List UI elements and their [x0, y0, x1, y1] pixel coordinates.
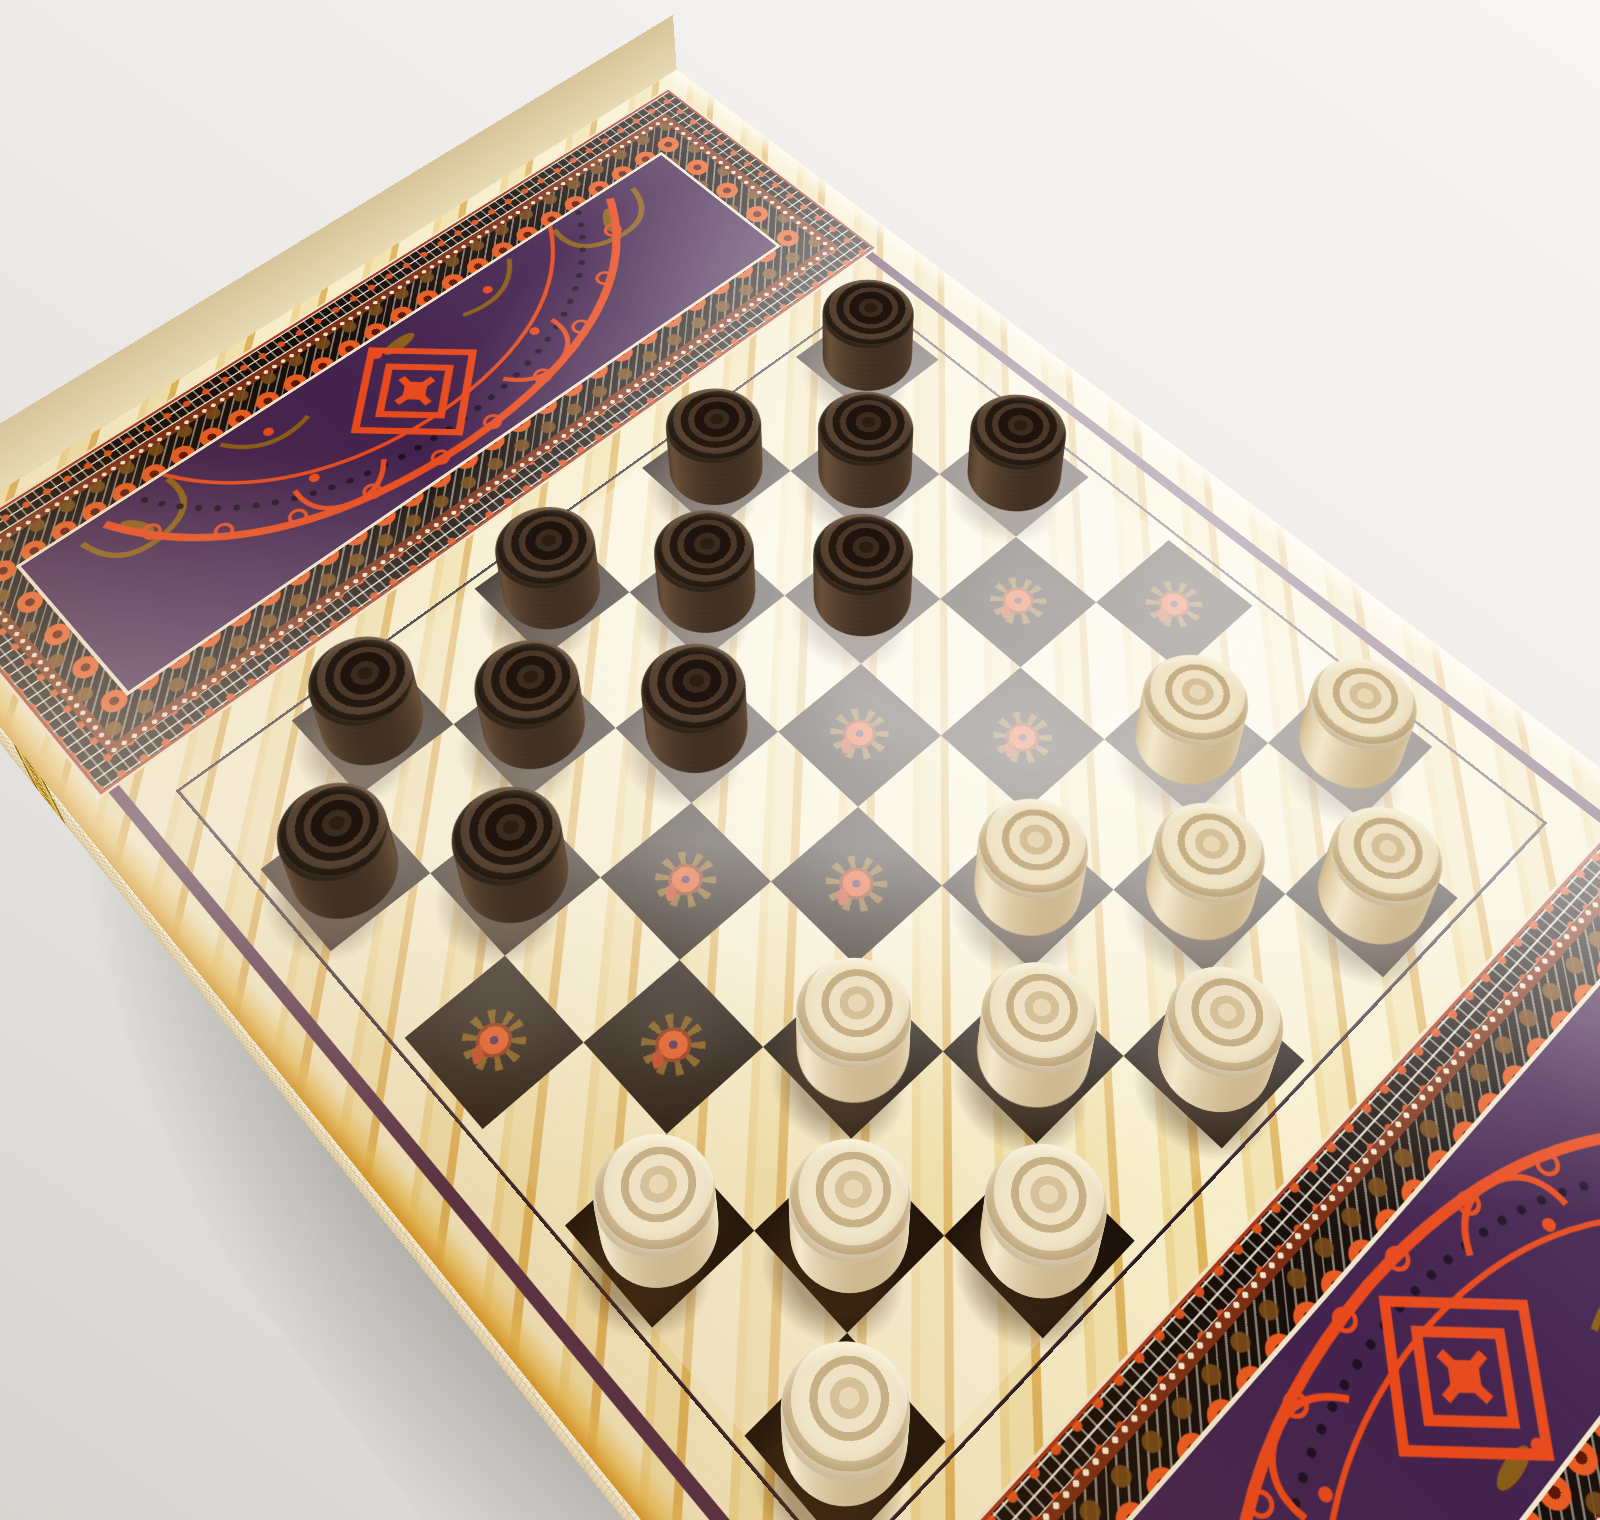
square-r8c7[interactable] — [1285, 819, 1457, 978]
rosette-ornament — [1134, 571, 1213, 638]
rosette-leaves-icon — [642, 840, 729, 920]
checker-dark[interactable] — [948, 424, 1079, 529]
rosette-ornament — [981, 701, 1064, 774]
rosette-ornament — [818, 698, 901, 771]
checker-light[interactable] — [954, 979, 1113, 1133]
checker-light[interactable] — [766, 1150, 933, 1321]
checker-light[interactable] — [1296, 828, 1448, 968]
square-r3c2[interactable] — [430, 799, 600, 956]
rosette-ornament — [978, 568, 1057, 634]
rosette-leaves-icon — [818, 698, 901, 771]
square-r6c1[interactable] — [565, 1134, 754, 1328]
checker-dark[interactable] — [625, 668, 768, 794]
rosette-ornament — [628, 1001, 719, 1089]
rosette-ornament — [449, 997, 540, 1085]
rosette-accent-icon — [838, 737, 854, 754]
square-r6c7[interactable] — [1104, 671, 1268, 815]
rosette-leaves-icon — [628, 1001, 719, 1089]
checker-light[interactable] — [1114, 679, 1258, 806]
checker-light[interactable] — [1124, 824, 1276, 964]
rosette-ornament — [813, 844, 900, 924]
checker-light[interactable] — [955, 1155, 1123, 1327]
game-box — [0, 70, 1600, 1520]
photo-scene — [0, 0, 1600, 1520]
checker-light[interactable] — [1134, 983, 1293, 1138]
rosette-ornament — [642, 840, 729, 920]
